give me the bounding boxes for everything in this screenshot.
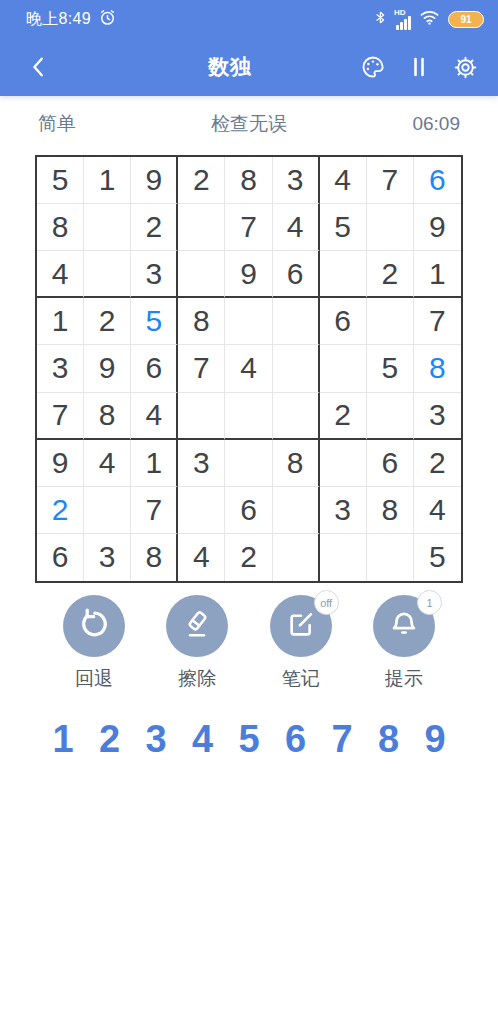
sudoku-cell[interactable]	[367, 393, 414, 440]
sudoku-cell[interactable]: 4	[37, 251, 84, 298]
sudoku-cell[interactable]: 6	[367, 440, 414, 487]
pause-button[interactable]	[404, 52, 434, 82]
sudoku-cell[interactable]: 8	[414, 345, 461, 392]
sudoku-cell[interactable]	[84, 487, 131, 534]
sudoku-cell[interactable]: 2	[225, 534, 272, 581]
sudoku-cell[interactable]	[225, 440, 272, 487]
sudoku-cell[interactable]: 6	[320, 298, 367, 345]
sudoku-cell[interactable]: 5	[320, 204, 367, 251]
sudoku-cell[interactable]	[225, 298, 272, 345]
sudoku-cell[interactable]	[178, 251, 225, 298]
page-title: 数独	[56, 53, 358, 81]
sudoku-cell[interactable]: 6	[37, 534, 84, 581]
title-bar: 数独	[0, 38, 498, 96]
sudoku-cell[interactable]	[273, 393, 320, 440]
sudoku-cell[interactable]: 1	[131, 440, 178, 487]
bell-icon	[388, 608, 420, 644]
sudoku-cell[interactable]: 8	[178, 298, 225, 345]
settings-gear-button[interactable]	[450, 52, 480, 82]
hint-count-badge: 1	[417, 590, 442, 615]
sudoku-cell[interactable]: 3	[273, 157, 320, 204]
eraser-icon	[181, 608, 213, 644]
sudoku-cell[interactable]: 2	[84, 298, 131, 345]
sudoku-cell[interactable]: 9	[225, 251, 272, 298]
sudoku-cell[interactable]: 6	[414, 157, 461, 204]
sudoku-cell[interactable]	[225, 393, 272, 440]
sudoku-cell[interactable]: 5	[37, 157, 84, 204]
sudoku-cell[interactable]	[178, 393, 225, 440]
sudoku-cell[interactable]: 8	[84, 393, 131, 440]
sudoku-cell[interactable]: 2	[37, 487, 84, 534]
sudoku-cell[interactable]	[273, 534, 320, 581]
sudoku-cell[interactable]: 4	[178, 534, 225, 581]
sudoku-cell[interactable]: 7	[131, 487, 178, 534]
sudoku-cell[interactable]: 1	[414, 251, 461, 298]
sudoku-cell[interactable]	[273, 298, 320, 345]
sudoku-cell[interactable]	[320, 251, 367, 298]
sudoku-cell[interactable]: 9	[37, 440, 84, 487]
sudoku-cell[interactable]	[320, 345, 367, 392]
sudoku-cell[interactable]: 4	[225, 345, 272, 392]
numpad-digit-1[interactable]: 1	[48, 718, 78, 761]
wifi-icon	[419, 9, 440, 30]
sudoku-cell[interactable]	[367, 534, 414, 581]
signal-icon: HD	[396, 9, 411, 30]
sudoku-cell[interactable]: 2	[367, 251, 414, 298]
sudoku-cell[interactable]: 6	[225, 487, 272, 534]
sudoku-cell[interactable]: 4	[273, 204, 320, 251]
bluetooth-icon	[373, 8, 388, 31]
sudoku-cell[interactable]: 8	[367, 487, 414, 534]
sudoku-cell[interactable]: 2	[320, 393, 367, 440]
sudoku-cell[interactable]	[84, 251, 131, 298]
sudoku-cell[interactable]	[178, 487, 225, 534]
numpad-digit-7[interactable]: 7	[327, 718, 357, 761]
sudoku-cell[interactable]: 7	[367, 157, 414, 204]
sudoku-cell[interactable]: 4	[414, 487, 461, 534]
sudoku-cell[interactable]: 6	[131, 345, 178, 392]
sudoku-cell[interactable]	[320, 534, 367, 581]
status-time: 晚上8:49	[26, 9, 91, 30]
back-button[interactable]	[22, 50, 56, 84]
sudoku-cell[interactable]: 3	[84, 534, 131, 581]
sudoku-cell[interactable]: 7	[414, 298, 461, 345]
sudoku-cell[interactable]: 7	[178, 345, 225, 392]
battery-indicator: 91	[448, 11, 484, 28]
sudoku-cell[interactable]: 5	[414, 534, 461, 581]
sudoku-cell[interactable]: 8	[131, 534, 178, 581]
sudoku-cell[interactable]	[367, 204, 414, 251]
sudoku-cell[interactable]: 4	[320, 157, 367, 204]
sudoku-cell[interactable]	[273, 487, 320, 534]
numpad-digit-6[interactable]: 6	[281, 718, 311, 761]
timer-label: 06:09	[412, 113, 460, 135]
sudoku-cell[interactable]: 5	[367, 345, 414, 392]
sudoku-cell[interactable]	[273, 345, 320, 392]
numpad-digit-5[interactable]: 5	[234, 718, 264, 761]
sudoku-cell[interactable]: 8	[37, 204, 84, 251]
numpad-digit-4[interactable]: 4	[188, 718, 218, 761]
sudoku-cell[interactable]: 4	[84, 440, 131, 487]
sudoku-cell[interactable]: 6	[273, 251, 320, 298]
sudoku-cell[interactable]	[178, 204, 225, 251]
sudoku-cell[interactable]	[84, 204, 131, 251]
notes-button[interactable]: off 笔记	[269, 595, 333, 692]
sudoku-cell[interactable]	[320, 440, 367, 487]
sudoku-cell[interactable]: 3	[414, 393, 461, 440]
sudoku-cell[interactable]: 8	[225, 157, 272, 204]
sudoku-cell[interactable]: 9	[131, 157, 178, 204]
sudoku-cell[interactable]: 2	[178, 157, 225, 204]
notes-off-badge: off	[314, 590, 339, 615]
sudoku-cell[interactable]: 2	[131, 204, 178, 251]
sudoku-cell[interactable]: 8	[273, 440, 320, 487]
sudoku-cell[interactable]: 7	[37, 393, 84, 440]
sudoku-cell[interactable]: 9	[414, 204, 461, 251]
note-edit-icon	[285, 608, 317, 644]
sudoku-cell[interactable]: 9	[84, 345, 131, 392]
alarm-clock-icon	[98, 8, 117, 31]
sudoku-cell[interactable]: 3	[131, 251, 178, 298]
undo-button[interactable]: 回退	[62, 595, 126, 692]
sudoku-cell[interactable]: 3	[37, 345, 84, 392]
difficulty-label: 简单	[38, 111, 76, 137]
toolbar: 回退 擦除 off	[0, 595, 498, 692]
sudoku-cell[interactable]: 1	[84, 157, 131, 204]
sudoku-cell[interactable]: 2	[414, 440, 461, 487]
hint-button[interactable]: 1 提示	[372, 595, 436, 692]
undo-icon	[77, 607, 111, 645]
app-header-area: 晚上8:49 HD	[0, 0, 498, 96]
status-bar: 晚上8:49 HD	[0, 0, 498, 38]
sudoku-cell[interactable]: 5	[131, 298, 178, 345]
sudoku-cell[interactable]: 1	[37, 298, 84, 345]
numpad-digit-9[interactable]: 9	[420, 718, 450, 761]
sudoku-cell[interactable]: 3	[320, 487, 367, 534]
numpad-digit-3[interactable]: 3	[141, 718, 171, 761]
game-info-row: 简单 检查无误 06:09	[0, 96, 498, 152]
numpad-digit-8[interactable]: 8	[374, 718, 404, 761]
numpad-digit-2[interactable]: 2	[95, 718, 125, 761]
sudoku-cell[interactable]: 4	[131, 393, 178, 440]
sudoku-cell[interactable]: 3	[178, 440, 225, 487]
erase-button[interactable]: 擦除	[165, 595, 229, 692]
sudoku-cell[interactable]: 7	[225, 204, 272, 251]
theme-palette-button[interactable]	[358, 52, 388, 82]
numpad: 123456789	[0, 718, 498, 761]
sudoku-board: 5192834768274594396211258673967458784239…	[35, 155, 463, 583]
sudoku-cell[interactable]	[367, 298, 414, 345]
